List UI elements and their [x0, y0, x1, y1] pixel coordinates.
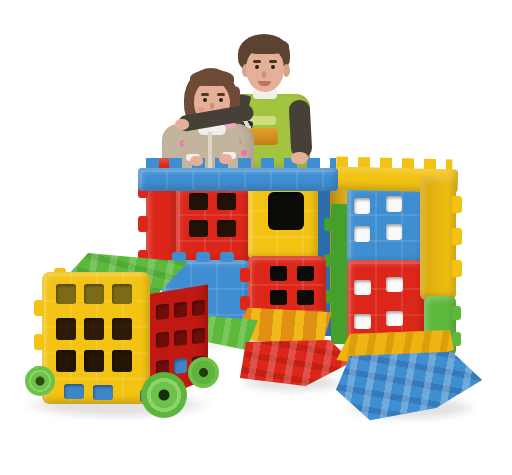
cart-left-wheel: [25, 366, 55, 396]
cart-yellow-hole: [56, 284, 76, 304]
cart-rear-wheel: [188, 357, 219, 388]
cart-red-hole: [156, 332, 169, 348]
cart-red-hole: [156, 304, 169, 320]
cart-yellow-hole: [56, 318, 76, 340]
cart-front-wheel: [141, 372, 187, 418]
product-photo: Product photo: two smiling children (a g…: [0, 0, 512, 475]
cart-yellow-hole: [112, 284, 132, 304]
cart-blue-base: [64, 384, 84, 399]
cart-red-hole: [192, 328, 205, 344]
cart-yellow-hole: [84, 284, 104, 304]
cart-yellow-hole: [112, 350, 132, 372]
cart-red-hole: [192, 300, 205, 316]
cart-front-tooth-2: [34, 334, 44, 350]
cart-yellow-hole: [112, 318, 132, 340]
cart-blue-base: [93, 385, 113, 400]
cart-yellow-hole: [84, 318, 104, 340]
cart-red-hole: [174, 330, 187, 346]
cart-front-tooth-1: [34, 300, 44, 316]
cart-yellow-hole: [56, 350, 76, 372]
cart-red-hole: [174, 302, 187, 318]
cart-red-hole: [174, 358, 187, 374]
cart-yellow-hole: [84, 350, 104, 372]
